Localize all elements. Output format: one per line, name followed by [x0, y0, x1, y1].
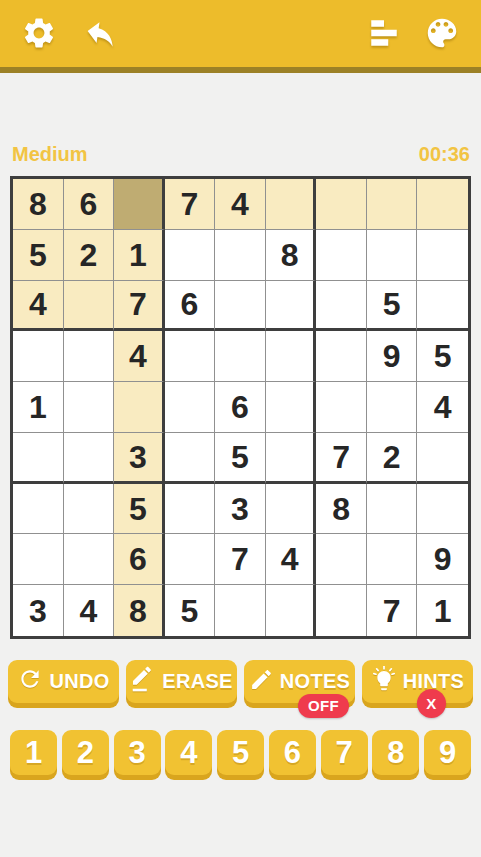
cell-r1c9[interactable]	[417, 179, 468, 230]
cell-r9c3[interactable]: 8	[114, 585, 165, 636]
cell-r7c9[interactable]	[417, 484, 468, 535]
cell-r9c5[interactable]	[215, 585, 266, 636]
cell-r6c4[interactable]	[165, 433, 216, 484]
cell-r6c5[interactable]: 5	[215, 433, 266, 484]
erase-label: ERASE	[162, 670, 232, 693]
cell-r2c4[interactable]	[165, 230, 216, 281]
cell-r9c1[interactable]: 3	[13, 585, 64, 636]
cell-r6c8[interactable]: 2	[367, 433, 418, 484]
cell-r5c6[interactable]	[266, 382, 317, 433]
cell-r8c4[interactable]	[165, 534, 216, 585]
cell-r7c1[interactable]	[13, 484, 64, 535]
cell-r7c4[interactable]	[165, 484, 216, 535]
cell-r3c6[interactable]	[266, 281, 317, 332]
cell-r6c7[interactable]: 7	[316, 433, 367, 484]
controls-row: UNDO ERASE NOTES OFF HINTS X	[8, 660, 473, 704]
sudoku-app: Medium 00:36 867452184765495164357253867…	[0, 0, 481, 857]
cell-r5c8[interactable]	[367, 382, 418, 433]
top-bar	[0, 0, 481, 73]
undo-icon	[17, 666, 43, 697]
settings-gear-icon	[21, 15, 57, 55]
cell-r3c1[interactable]: 4	[13, 281, 64, 332]
cell-r6c9[interactable]	[417, 433, 468, 484]
notes-button[interactable]: NOTES OFF	[244, 660, 355, 703]
cell-r7c3[interactable]: 5	[114, 484, 165, 535]
back-arrow-icon	[83, 15, 119, 55]
cell-r7c5[interactable]: 3	[215, 484, 266, 535]
cell-r8c5[interactable]: 7	[215, 534, 266, 585]
erase-icon	[130, 666, 156, 697]
cell-r5c4[interactable]	[165, 382, 216, 433]
cell-r1c1[interactable]: 8	[13, 179, 64, 230]
cell-r7c7[interactable]: 8	[316, 484, 367, 535]
cell-r2c2[interactable]: 2	[64, 230, 115, 281]
undo-label: UNDO	[49, 670, 109, 693]
cell-r3c4[interactable]: 6	[165, 281, 216, 332]
cell-r2c8[interactable]	[367, 230, 418, 281]
number-key-9[interactable]: 9	[424, 730, 471, 775]
cell-r4c9[interactable]: 5	[417, 331, 468, 382]
cell-r3c3[interactable]: 7	[114, 281, 165, 332]
cell-r4c6[interactable]	[266, 331, 317, 382]
cell-r5c1[interactable]: 1	[13, 382, 64, 433]
cell-r9c8[interactable]: 7	[367, 585, 418, 636]
undo-button[interactable]: UNDO	[8, 660, 119, 703]
settings-button[interactable]	[20, 16, 58, 54]
cell-r6c2[interactable]	[64, 433, 115, 484]
number-key-3[interactable]: 3	[114, 730, 161, 775]
cell-r1c8[interactable]	[367, 179, 418, 230]
palette-icon	[423, 14, 461, 56]
cell-r5c7[interactable]	[316, 382, 367, 433]
hint-bulb-icon	[371, 666, 397, 697]
cell-r1c4[interactable]: 7	[165, 179, 216, 230]
cell-r9c9[interactable]: 1	[417, 585, 468, 636]
cell-r6c6[interactable]	[266, 433, 317, 484]
cell-r4c1[interactable]	[13, 331, 64, 382]
cell-r5c3[interactable]	[114, 382, 165, 433]
cell-r3c9[interactable]	[417, 281, 468, 332]
theme-button[interactable]	[423, 16, 461, 54]
cell-r7c6[interactable]	[266, 484, 317, 535]
cell-r4c7[interactable]	[316, 331, 367, 382]
cell-r4c2[interactable]	[64, 331, 115, 382]
cell-r6c3[interactable]: 3	[114, 433, 165, 484]
cell-r7c2[interactable]	[64, 484, 115, 535]
number-key-6[interactable]: 6	[269, 730, 316, 775]
status-row: Medium 00:36	[12, 140, 470, 168]
timer: 00:36	[419, 143, 470, 166]
back-button[interactable]	[82, 16, 120, 54]
cell-r4c5[interactable]	[215, 331, 266, 382]
notes-label: NOTES	[280, 670, 350, 693]
cell-r5c2[interactable]	[64, 382, 115, 433]
number-key-8[interactable]: 8	[372, 730, 419, 775]
cell-r8c6[interactable]: 4	[266, 534, 317, 585]
number-key-7[interactable]: 7	[321, 730, 368, 775]
stats-button[interactable]	[365, 16, 403, 54]
cell-r1c3[interactable]	[114, 179, 165, 230]
cell-r2c1[interactable]: 5	[13, 230, 64, 281]
hints-button[interactable]: HINTS X	[362, 660, 473, 703]
cell-r5c5[interactable]: 6	[215, 382, 266, 433]
cell-r7c8[interactable]	[367, 484, 418, 535]
cell-r1c2[interactable]: 6	[64, 179, 115, 230]
cell-r4c4[interactable]	[165, 331, 216, 382]
cell-r4c8[interactable]: 9	[367, 331, 418, 382]
cell-r8c1[interactable]	[13, 534, 64, 585]
cell-r6c1[interactable]	[13, 433, 64, 484]
cell-r2c3[interactable]: 1	[114, 230, 165, 281]
cell-r9c2[interactable]: 4	[64, 585, 115, 636]
cell-r1c7[interactable]	[316, 179, 367, 230]
cell-r5c9[interactable]: 4	[417, 382, 468, 433]
notes-off-badge: OFF	[298, 694, 349, 718]
cell-r1c6[interactable]	[266, 179, 317, 230]
cell-r2c5[interactable]	[215, 230, 266, 281]
number-key-4[interactable]: 4	[165, 730, 212, 775]
cell-r9c7[interactable]	[316, 585, 367, 636]
number-key-1[interactable]: 1	[10, 730, 57, 775]
cell-r9c6[interactable]	[266, 585, 317, 636]
notes-pencil-icon	[249, 667, 274, 697]
cell-r8c2[interactable]	[64, 534, 115, 585]
number-key-2[interactable]: 2	[62, 730, 109, 775]
cell-r8c3[interactable]: 6	[114, 534, 165, 585]
stats-bars-icon	[367, 16, 401, 54]
hints-count-badge: X	[417, 689, 446, 718]
cell-r8c8[interactable]	[367, 534, 418, 585]
cell-r2c6[interactable]: 8	[266, 230, 317, 281]
cell-r9c4[interactable]: 5	[165, 585, 216, 636]
number-key-5[interactable]: 5	[217, 730, 264, 775]
cell-r8c9[interactable]: 9	[417, 534, 468, 585]
cell-r1c5[interactable]: 4	[215, 179, 266, 230]
cell-r3c7[interactable]	[316, 281, 367, 332]
sudoku-board: 86745218476549516435725386749348571	[10, 176, 471, 639]
erase-button[interactable]: ERASE	[126, 660, 237, 703]
cell-r2c7[interactable]	[316, 230, 367, 281]
number-pad: 123456789	[10, 730, 471, 776]
cell-r8c7[interactable]	[316, 534, 367, 585]
cell-r2c9[interactable]	[417, 230, 468, 281]
cell-r3c5[interactable]	[215, 281, 266, 332]
cell-r3c8[interactable]: 5	[367, 281, 418, 332]
cell-r3c2[interactable]	[64, 281, 115, 332]
cell-r4c3[interactable]: 4	[114, 331, 165, 382]
difficulty-label: Medium	[12, 143, 88, 166]
